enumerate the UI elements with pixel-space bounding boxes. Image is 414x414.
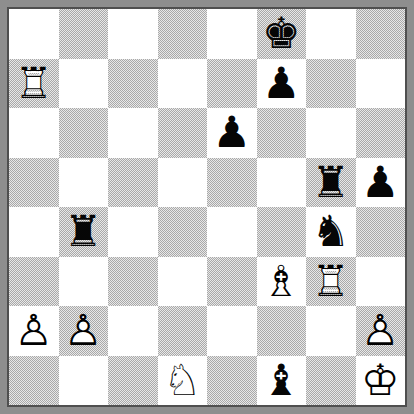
square-g2[interactable] bbox=[306, 306, 356, 356]
square-d8[interactable] bbox=[158, 9, 208, 59]
square-f5[interactable] bbox=[257, 158, 307, 208]
square-b2[interactable]: ♟♙ bbox=[59, 306, 109, 356]
white-rook-icon: ♖ bbox=[306, 257, 356, 307]
square-e6[interactable]: ♟ bbox=[207, 108, 257, 158]
square-h6[interactable] bbox=[356, 108, 406, 158]
square-a6[interactable] bbox=[9, 108, 59, 158]
black-bishop-icon: ♝ bbox=[257, 356, 307, 406]
square-h2[interactable]: ♟♙ bbox=[356, 306, 406, 356]
chess-board-frame: ♚♜♖♟♟♜♟♜♞♝♗♜♖♟♙♟♙♟♙♞♘♝♚♔ bbox=[0, 0, 414, 414]
square-f8[interactable]: ♚ bbox=[257, 9, 307, 59]
piece-white-rook-g3[interactable]: ♜♖ bbox=[306, 257, 356, 307]
piece-black-pawn-h5[interactable]: ♟ bbox=[356, 158, 406, 208]
square-e3[interactable] bbox=[207, 257, 257, 307]
square-g5[interactable]: ♜ bbox=[306, 158, 356, 208]
square-b5[interactable] bbox=[59, 158, 109, 208]
square-c8[interactable] bbox=[108, 9, 158, 59]
square-g4[interactable]: ♞ bbox=[306, 207, 356, 257]
black-king-icon: ♚ bbox=[257, 9, 307, 59]
piece-black-bishop-f1[interactable]: ♝ bbox=[257, 356, 307, 406]
square-g8[interactable] bbox=[306, 9, 356, 59]
square-d5[interactable] bbox=[158, 158, 208, 208]
square-a2[interactable]: ♟♙ bbox=[9, 306, 59, 356]
square-c2[interactable] bbox=[108, 306, 158, 356]
square-f3[interactable]: ♝♗ bbox=[257, 257, 307, 307]
square-b4[interactable]: ♜ bbox=[59, 207, 109, 257]
square-b8[interactable] bbox=[59, 9, 109, 59]
square-b1[interactable] bbox=[59, 356, 109, 406]
piece-white-pawn-a2[interactable]: ♟♙ bbox=[9, 306, 59, 356]
square-c1[interactable] bbox=[108, 356, 158, 406]
square-a3[interactable] bbox=[9, 257, 59, 307]
piece-white-pawn-b2[interactable]: ♟♙ bbox=[59, 306, 109, 356]
square-e1[interactable] bbox=[207, 356, 257, 406]
piece-black-king-f8[interactable]: ♚ bbox=[257, 9, 307, 59]
square-a5[interactable] bbox=[9, 158, 59, 208]
white-king-icon: ♔ bbox=[356, 356, 406, 406]
chess-board-grid: ♚♜♖♟♟♜♟♜♞♝♗♜♖♟♙♟♙♟♙♞♘♝♚♔ bbox=[7, 7, 407, 407]
black-pawn-icon: ♟ bbox=[356, 158, 406, 208]
square-e7[interactable] bbox=[207, 59, 257, 109]
square-d7[interactable] bbox=[158, 59, 208, 109]
piece-black-pawn-e6[interactable]: ♟ bbox=[207, 108, 257, 158]
square-b6[interactable] bbox=[59, 108, 109, 158]
square-d3[interactable] bbox=[158, 257, 208, 307]
square-a8[interactable] bbox=[9, 9, 59, 59]
black-rook-icon: ♜ bbox=[59, 207, 109, 257]
square-c6[interactable] bbox=[108, 108, 158, 158]
square-e2[interactable] bbox=[207, 306, 257, 356]
square-a1[interactable] bbox=[9, 356, 59, 406]
square-g3[interactable]: ♜♖ bbox=[306, 257, 356, 307]
square-a4[interactable] bbox=[9, 207, 59, 257]
square-h4[interactable] bbox=[356, 207, 406, 257]
piece-white-pawn-h2[interactable]: ♟♙ bbox=[356, 306, 406, 356]
square-d4[interactable] bbox=[158, 207, 208, 257]
white-pawn-icon: ♙ bbox=[9, 306, 59, 356]
square-c5[interactable] bbox=[108, 158, 158, 208]
square-e8[interactable] bbox=[207, 9, 257, 59]
square-g1[interactable] bbox=[306, 356, 356, 406]
square-f1[interactable]: ♝ bbox=[257, 356, 307, 406]
square-h5[interactable]: ♟ bbox=[356, 158, 406, 208]
square-h1[interactable]: ♚♔ bbox=[356, 356, 406, 406]
black-pawn-icon: ♟ bbox=[257, 59, 307, 109]
square-c7[interactable] bbox=[108, 59, 158, 109]
square-g7[interactable] bbox=[306, 59, 356, 109]
piece-black-knight-g4[interactable]: ♞ bbox=[306, 207, 356, 257]
piece-white-rook-a7[interactable]: ♜♖ bbox=[9, 59, 59, 109]
square-e5[interactable] bbox=[207, 158, 257, 208]
black-pawn-icon: ♟ bbox=[207, 108, 257, 158]
square-c4[interactable] bbox=[108, 207, 158, 257]
square-b3[interactable] bbox=[59, 257, 109, 307]
square-f2[interactable] bbox=[257, 306, 307, 356]
square-g6[interactable] bbox=[306, 108, 356, 158]
square-a7[interactable]: ♜♖ bbox=[9, 59, 59, 109]
square-d6[interactable] bbox=[158, 108, 208, 158]
piece-black-pawn-f7[interactable]: ♟ bbox=[257, 59, 307, 109]
square-c3[interactable] bbox=[108, 257, 158, 307]
piece-black-rook-b4[interactable]: ♜ bbox=[59, 207, 109, 257]
white-pawn-icon: ♙ bbox=[59, 306, 109, 356]
white-bishop-icon: ♗ bbox=[257, 257, 307, 307]
square-h8[interactable] bbox=[356, 9, 406, 59]
piece-white-king-h1[interactable]: ♚♔ bbox=[356, 356, 406, 406]
piece-white-knight-d1[interactable]: ♞♘ bbox=[158, 356, 208, 406]
white-pawn-icon: ♙ bbox=[356, 306, 406, 356]
square-f7[interactable]: ♟ bbox=[257, 59, 307, 109]
square-h7[interactable] bbox=[356, 59, 406, 109]
square-f4[interactable] bbox=[257, 207, 307, 257]
piece-black-rook-g5[interactable]: ♜ bbox=[306, 158, 356, 208]
square-e4[interactable] bbox=[207, 207, 257, 257]
white-rook-icon: ♖ bbox=[9, 59, 59, 109]
white-knight-icon: ♘ bbox=[158, 356, 208, 406]
square-h3[interactable] bbox=[356, 257, 406, 307]
black-rook-icon: ♜ bbox=[306, 158, 356, 208]
square-d2[interactable] bbox=[158, 306, 208, 356]
black-knight-icon: ♞ bbox=[306, 207, 356, 257]
square-d1[interactable]: ♞♘ bbox=[158, 356, 208, 406]
square-f6[interactable] bbox=[257, 108, 307, 158]
piece-white-bishop-f3[interactable]: ♝♗ bbox=[257, 257, 307, 307]
square-b7[interactable] bbox=[59, 59, 109, 109]
